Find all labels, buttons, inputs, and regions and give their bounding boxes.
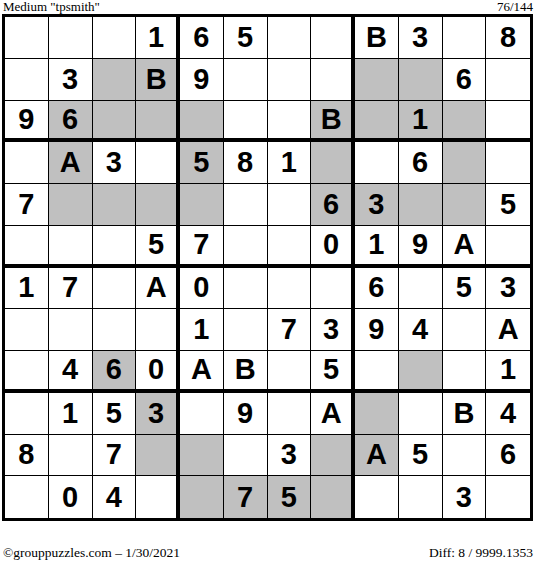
cell-r9c5[interactable]: A: [180, 351, 224, 393]
cell-r12c12[interactable]: [486, 476, 530, 518]
cell-r1c12[interactable]: 8: [486, 17, 530, 59]
cell-r8c1[interactable]: [5, 309, 49, 351]
cell-r3c8[interactable]: B: [311, 101, 355, 143]
cell-r9c11[interactable]: [443, 351, 487, 393]
cell-r6c11[interactable]: A: [443, 226, 487, 268]
cell-r9c8[interactable]: 5: [311, 351, 355, 393]
difficulty-label: Diff: 8 / 9999.1353: [429, 545, 533, 560]
cell-r10c12[interactable]: 4: [486, 393, 530, 435]
cell-r6c5[interactable]: 7: [180, 226, 224, 268]
cell-r8c12[interactable]: A: [486, 309, 530, 351]
cell-r1c1[interactable]: [5, 17, 49, 59]
cell-r12c8[interactable]: [311, 476, 355, 518]
cell-r6c12[interactable]: [486, 226, 530, 268]
cell-r2c8[interactable]: [311, 59, 355, 101]
cell-r4c10[interactable]: 6: [399, 142, 443, 184]
cell-r2c11[interactable]: 6: [443, 59, 487, 101]
cell-r2c5[interactable]: 9: [180, 59, 224, 101]
cell-r9c1[interactable]: [5, 351, 49, 393]
cell-r4c3[interactable]: 3: [93, 142, 137, 184]
cell-r4c2[interactable]: A: [49, 142, 93, 184]
cell-r2c9[interactable]: [355, 59, 399, 101]
cell-r3c4[interactable]: [136, 101, 180, 143]
cell-r7c11[interactable]: 5: [443, 268, 487, 310]
footer: ©grouppuzzles.com – 1/30/2021 Diff: 8 / …: [3, 545, 533, 560]
cell-r8c9[interactable]: 9: [355, 309, 399, 351]
cell-r10c3[interactable]: 5: [93, 393, 137, 435]
cell-r1c7[interactable]: [268, 17, 312, 59]
sudoku-board: 165B383B9696B1A35816763557019A17A0653173…: [2, 14, 533, 521]
cell-r6c6[interactable]: [224, 226, 268, 268]
cell-r1c8[interactable]: [311, 17, 355, 59]
cell-r7c3[interactable]: [93, 268, 137, 310]
cell-r6c10[interactable]: 9: [399, 226, 443, 268]
cell-r9c2[interactable]: 4: [49, 351, 93, 393]
cell-r8c2[interactable]: [49, 309, 93, 351]
copyright-date-label: ©grouppuzzles.com – 1/30/2021: [3, 545, 180, 560]
cell-r6c4[interactable]: 5: [136, 226, 180, 268]
cell-r7c1[interactable]: 1: [5, 268, 49, 310]
cell-r12c7[interactable]: 5: [268, 476, 312, 518]
cell-r11c9[interactable]: A: [355, 435, 399, 477]
cell-r4c9[interactable]: [355, 142, 399, 184]
cell-r1c9[interactable]: B: [355, 17, 399, 59]
cell-r3c1[interactable]: 9: [5, 101, 49, 143]
cell-r10c1[interactable]: [5, 393, 49, 435]
cell-r1c4[interactable]: 1: [136, 17, 180, 59]
puzzle-title: Medium "tpsmith": [3, 0, 100, 13]
cell-r10c5[interactable]: [180, 393, 224, 435]
cell-r10c10[interactable]: [399, 393, 443, 435]
cell-r11c6[interactable]: [224, 435, 268, 477]
cell-r12c4[interactable]: [136, 476, 180, 518]
cell-r10c6[interactable]: 9: [224, 393, 268, 435]
cell-r8c3[interactable]: [93, 309, 137, 351]
cell-r6c9[interactable]: 1: [355, 226, 399, 268]
cell-r1c6[interactable]: 5: [224, 17, 268, 59]
cell-r12c2[interactable]: 0: [49, 476, 93, 518]
cell-r4c11[interactable]: [443, 142, 487, 184]
cell-r1c5[interactable]: 6: [180, 17, 224, 59]
cell-r5c3[interactable]: [93, 184, 137, 226]
cell-r4c7[interactable]: 1: [268, 142, 312, 184]
cell-r8c7[interactable]: 7: [268, 309, 312, 351]
cell-r1c10[interactable]: 3: [399, 17, 443, 59]
cell-r3c2[interactable]: 6: [49, 101, 93, 143]
puzzle-counter: 76/144: [497, 0, 533, 13]
cell-r7c4[interactable]: A: [136, 268, 180, 310]
cell-r3c11[interactable]: [443, 101, 487, 143]
cell-r4c8[interactable]: [311, 142, 355, 184]
cell-r12c9[interactable]: [355, 476, 399, 518]
cell-r5c2[interactable]: [49, 184, 93, 226]
cell-r12c5[interactable]: [180, 476, 224, 518]
cell-r8c10[interactable]: 4: [399, 309, 443, 351]
cell-r5c12[interactable]: 5: [486, 184, 530, 226]
cell-r9c6[interactable]: B: [224, 351, 268, 393]
cell-r7c7[interactable]: [268, 268, 312, 310]
cell-r10c8[interactable]: A: [311, 393, 355, 435]
cell-r6c8[interactable]: 0: [311, 226, 355, 268]
cell-r9c4[interactable]: 0: [136, 351, 180, 393]
cell-r12c3[interactable]: 4: [93, 476, 137, 518]
puzzle-page: Medium "tpsmith" 76/144 165B383B9696B1A3…: [0, 0, 535, 568]
cell-r6c1[interactable]: [5, 226, 49, 268]
cell-r11c12[interactable]: 6: [486, 435, 530, 477]
cell-r2c12[interactable]: [486, 59, 530, 101]
cell-r11c2[interactable]: [49, 435, 93, 477]
cell-r7c10[interactable]: [399, 268, 443, 310]
cell-r11c10[interactable]: 5: [399, 435, 443, 477]
cell-r5c9[interactable]: 3: [355, 184, 399, 226]
cell-r9c7[interactable]: [268, 351, 312, 393]
cell-r11c4[interactable]: [136, 435, 180, 477]
cell-r8c6[interactable]: [224, 309, 268, 351]
cell-r2c4[interactable]: B: [136, 59, 180, 101]
cell-r11c11[interactable]: [443, 435, 487, 477]
cell-r12c11[interactable]: 3: [443, 476, 487, 518]
cell-r3c10[interactable]: 1: [399, 101, 443, 143]
cell-r10c4[interactable]: 3: [136, 393, 180, 435]
cell-r1c3[interactable]: [93, 17, 137, 59]
cell-r7c6[interactable]: [224, 268, 268, 310]
cell-r6c3[interactable]: [93, 226, 137, 268]
cell-r2c2[interactable]: 3: [49, 59, 93, 101]
cell-r11c7[interactable]: 3: [268, 435, 312, 477]
cell-r11c3[interactable]: 7: [93, 435, 137, 477]
cell-r12c1[interactable]: [5, 476, 49, 518]
cell-r5c4[interactable]: [136, 184, 180, 226]
cell-r2c3[interactable]: [93, 59, 137, 101]
cell-r9c12[interactable]: 1: [486, 351, 530, 393]
cell-r11c5[interactable]: [180, 435, 224, 477]
cell-r4c5[interactable]: 5: [180, 142, 224, 184]
cell-r12c6[interactable]: 7: [224, 476, 268, 518]
cell-r3c9[interactable]: [355, 101, 399, 143]
cell-r3c5[interactable]: [180, 101, 224, 143]
cell-r10c2[interactable]: 1: [49, 393, 93, 435]
cell-r8c5[interactable]: 1: [180, 309, 224, 351]
cell-r9c10[interactable]: [399, 351, 443, 393]
cell-r6c7[interactable]: [268, 226, 312, 268]
cell-r4c4[interactable]: [136, 142, 180, 184]
cell-r5c1[interactable]: 7: [5, 184, 49, 226]
cell-r5c8[interactable]: 6: [311, 184, 355, 226]
cell-r3c6[interactable]: [224, 101, 268, 143]
cell-r5c5[interactable]: [180, 184, 224, 226]
cell-r7c9[interactable]: 6: [355, 268, 399, 310]
cell-r1c11[interactable]: [443, 17, 487, 59]
cell-r12c10[interactable]: [399, 476, 443, 518]
cell-r7c8[interactable]: [311, 268, 355, 310]
cell-r1c2[interactable]: [49, 17, 93, 59]
cell-r2c7[interactable]: [268, 59, 312, 101]
cell-r2c1[interactable]: [5, 59, 49, 101]
cell-r5c10[interactable]: [399, 184, 443, 226]
cell-r6c2[interactable]: [49, 226, 93, 268]
cell-r7c2[interactable]: 7: [49, 268, 93, 310]
cell-r4c6[interactable]: 8: [224, 142, 268, 184]
cell-r5c7[interactable]: [268, 184, 312, 226]
cell-r4c1[interactable]: [5, 142, 49, 184]
cell-r2c10[interactable]: [399, 59, 443, 101]
cell-r3c3[interactable]: [93, 101, 137, 143]
cell-r3c12[interactable]: [486, 101, 530, 143]
cell-r5c11[interactable]: [443, 184, 487, 226]
cell-r3c7[interactable]: [268, 101, 312, 143]
cell-r9c3[interactable]: 6: [93, 351, 137, 393]
cell-r5c6[interactable]: [224, 184, 268, 226]
cell-r7c12[interactable]: 3: [486, 268, 530, 310]
cell-r8c4[interactable]: [136, 309, 180, 351]
cell-r10c9[interactable]: [355, 393, 399, 435]
cell-r10c7[interactable]: [268, 393, 312, 435]
cell-r7c5[interactable]: 0: [180, 268, 224, 310]
cell-r10c11[interactable]: B: [443, 393, 487, 435]
cell-r8c11[interactable]: [443, 309, 487, 351]
cell-r4c12[interactable]: [486, 142, 530, 184]
cell-r11c8[interactable]: [311, 435, 355, 477]
cell-r8c8[interactable]: 3: [311, 309, 355, 351]
cell-r2c6[interactable]: [224, 59, 268, 101]
header: Medium "tpsmith" 76/144: [3, 0, 533, 13]
cell-r9c9[interactable]: [355, 351, 399, 393]
cell-r11c1[interactable]: 8: [5, 435, 49, 477]
